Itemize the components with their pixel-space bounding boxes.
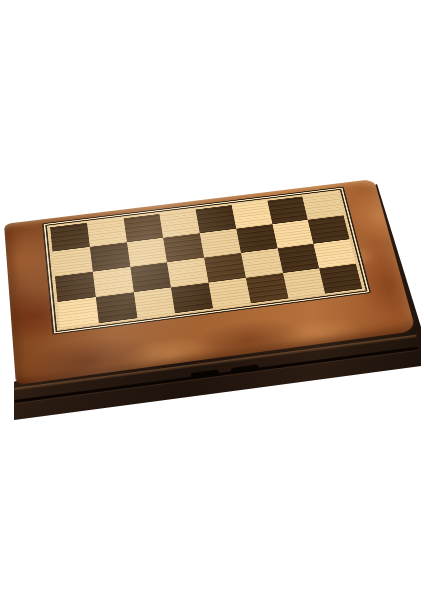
pinstripe-frame-inner: [45, 189, 367, 332]
latch-notch: [191, 369, 220, 379]
square-dark: [171, 283, 213, 314]
checkerboard: [50, 192, 362, 328]
square-dark: [96, 292, 137, 323]
square-light: [272, 220, 313, 249]
product-photo-stage: [0, 0, 424, 600]
square-light: [209, 278, 251, 308]
square-dark: [163, 233, 204, 262]
square-light: [58, 297, 99, 328]
square-dark: [246, 273, 288, 303]
square-light: [133, 287, 175, 318]
square-light: [314, 239, 356, 268]
maple-margin: [47, 190, 366, 331]
pinstripe-frame-outer: [42, 187, 371, 335]
square-light: [231, 201, 272, 229]
square-light: [283, 268, 326, 298]
pinstripe-light-line: [44, 188, 370, 334]
square-dark: [204, 253, 246, 283]
square-dark: [123, 214, 163, 242]
latch-notch: [231, 364, 260, 374]
square-dark: [319, 264, 362, 294]
